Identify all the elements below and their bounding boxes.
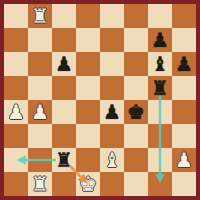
square-f6 xyxy=(124,52,148,76)
square-h8 xyxy=(172,4,196,28)
square-b5 xyxy=(28,76,52,100)
square-e1 xyxy=(100,172,124,196)
square-g3 xyxy=(148,124,172,148)
square-e4: ♟ xyxy=(100,100,124,124)
piece-wP-h2: ♟ xyxy=(175,148,193,172)
square-c3 xyxy=(52,124,76,148)
square-h1 xyxy=(172,172,196,196)
square-f1 xyxy=(124,172,148,196)
square-h4 xyxy=(172,100,196,124)
square-e3 xyxy=(100,124,124,148)
square-g1 xyxy=(148,172,172,196)
square-e5 xyxy=(100,76,124,100)
square-h3 xyxy=(172,124,196,148)
square-c8 xyxy=(52,4,76,28)
square-b1: ♜ xyxy=(28,172,52,196)
square-d7 xyxy=(76,28,100,52)
square-e6 xyxy=(100,52,124,76)
piece-wK-d1: ♚ xyxy=(79,172,97,196)
square-a3 xyxy=(4,124,28,148)
piece-wP-a4: ♟ xyxy=(7,100,25,124)
square-c6: ♟ xyxy=(52,52,76,76)
square-f4: ♚ xyxy=(124,100,148,124)
square-f5 xyxy=(124,76,148,100)
square-g7: ♟ xyxy=(148,28,172,52)
square-h6: ♟ xyxy=(172,52,196,76)
square-a1 xyxy=(4,172,28,196)
square-g5: ♜ xyxy=(148,76,172,100)
square-h2: ♟ xyxy=(172,148,196,172)
piece-wB-e2: ♝ xyxy=(103,148,121,172)
piece-bP-h6: ♟ xyxy=(175,52,193,76)
square-c7 xyxy=(52,28,76,52)
square-d5 xyxy=(76,76,100,100)
square-d6 xyxy=(76,52,100,76)
piece-bB-g6: ♝ xyxy=(151,52,169,76)
piece-bR-c2: ♜ xyxy=(55,148,73,172)
square-b3 xyxy=(28,124,52,148)
piece-bP-c6: ♟ xyxy=(55,52,73,76)
square-e8 xyxy=(100,4,124,28)
square-d8 xyxy=(76,4,100,28)
chess-board: ♜♟♟♝♟♜♟♟♟♚♜♝♟♜♚ xyxy=(0,0,200,200)
square-b8: ♜ xyxy=(28,4,52,28)
square-a7 xyxy=(4,28,28,52)
square-g6: ♝ xyxy=(148,52,172,76)
square-d1: ♚ xyxy=(76,172,100,196)
square-f8 xyxy=(124,4,148,28)
square-d4 xyxy=(76,100,100,124)
square-d2 xyxy=(76,148,100,172)
piece-bP-g7: ♟ xyxy=(151,28,169,52)
square-d3 xyxy=(76,124,100,148)
square-f7 xyxy=(124,28,148,52)
square-a5 xyxy=(4,76,28,100)
square-b6 xyxy=(28,52,52,76)
piece-bK-f4: ♚ xyxy=(127,100,145,124)
square-c5 xyxy=(52,76,76,100)
piece-bP-e4: ♟ xyxy=(103,100,121,124)
square-e2: ♝ xyxy=(100,148,124,172)
square-b4: ♟ xyxy=(28,100,52,124)
square-b2 xyxy=(28,148,52,172)
board-grid: ♜♟♟♝♟♜♟♟♟♚♜♝♟♜♚ xyxy=(4,4,196,196)
square-h7 xyxy=(172,28,196,52)
square-g4 xyxy=(148,100,172,124)
square-a4: ♟ xyxy=(4,100,28,124)
square-c1 xyxy=(52,172,76,196)
piece-wP-b4: ♟ xyxy=(31,100,49,124)
square-a6 xyxy=(4,52,28,76)
square-a2 xyxy=(4,148,28,172)
square-c4 xyxy=(52,100,76,124)
square-h5 xyxy=(172,76,196,100)
square-g2 xyxy=(148,148,172,172)
square-e7 xyxy=(100,28,124,52)
square-b7 xyxy=(28,28,52,52)
piece-bR-g5: ♜ xyxy=(151,76,169,100)
piece-wR-b8: ♜ xyxy=(31,4,49,28)
piece-wR-b1: ♜ xyxy=(31,172,49,196)
square-a8 xyxy=(4,4,28,28)
square-g8 xyxy=(148,4,172,28)
square-c2: ♜ xyxy=(52,148,76,172)
square-f2 xyxy=(124,148,148,172)
square-f3 xyxy=(124,124,148,148)
